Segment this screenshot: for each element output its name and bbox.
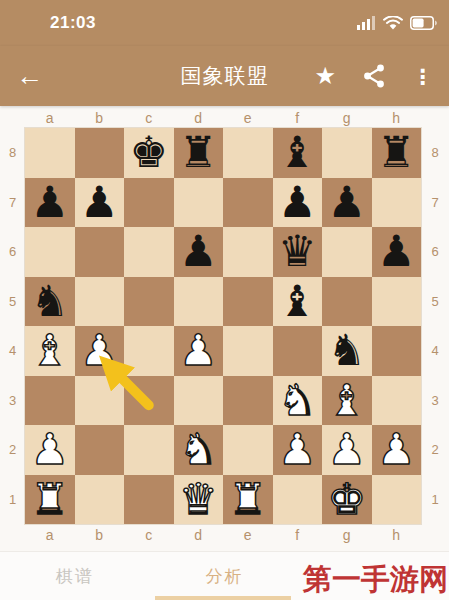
rank-label-6: 6 [0,227,25,277]
square-h7[interactable] [372,178,422,228]
piece-white-queen[interactable]: ♛ [179,478,218,521]
rank-label-8: 8 [421,128,449,178]
square-h1[interactable] [372,475,422,525]
file-label-g: g [322,110,372,126]
piece-white-king[interactable]: ♚ [327,478,366,521]
square-g8[interactable] [322,128,372,178]
square-c1[interactable] [124,475,174,525]
rank-label-7: 7 [421,178,449,228]
square-f5[interactable]: ♝ [273,277,323,327]
square-d8[interactable]: ♜ [174,128,224,178]
piece-black-pawn[interactable]: ♟ [377,230,416,273]
file-label-h: h [372,110,422,126]
square-a6[interactable] [25,227,75,277]
square-f7[interactable]: ♟ [273,178,323,228]
square-c6[interactable] [124,227,174,277]
signal-icon [357,16,376,30]
piece-black-queen[interactable]: ♛ [278,230,317,273]
square-e6[interactable] [223,227,273,277]
square-f3[interactable]: ♞ [273,376,323,426]
rank-label-5: 5 [0,277,25,327]
square-e8[interactable] [223,128,273,178]
square-d5[interactable] [174,277,224,327]
file-label-b: b [75,110,125,126]
rank-labels-right: 87654321 [421,128,449,524]
square-a2[interactable]: ♟ [25,425,75,475]
tab-game-record[interactable]: 棋谱 [0,552,150,600]
square-h8[interactable]: ♜ [372,128,422,178]
square-d3[interactable] [174,376,224,426]
file-label-e: e [223,110,273,126]
favorite-star-icon[interactable]: ★ [314,64,336,88]
piece-white-bishop[interactable]: ♝ [327,379,366,422]
square-e4[interactable] [223,326,273,376]
piece-black-pawn[interactable]: ♟ [327,181,366,224]
piece-white-pawn[interactable]: ♟ [377,428,416,471]
app-bar: ← 国象联盟 ★ ⋮ [0,46,449,106]
rank-label-1: 1 [421,475,449,525]
square-e1[interactable]: ♜ [223,475,273,525]
page-title: 国象联盟 [181,62,269,90]
square-c7[interactable] [124,178,174,228]
overflow-menu-icon[interactable]: ⋮ [412,66,433,87]
square-e2[interactable] [223,425,273,475]
wifi-icon [383,16,403,31]
file-label-h: h [372,527,422,543]
square-e7[interactable] [223,178,273,228]
rank-label-2: 2 [0,425,25,475]
square-b4[interactable]: ♟ [75,326,125,376]
square-f6[interactable]: ♛ [273,227,323,277]
file-label-d: d [174,527,224,543]
square-f2[interactable]: ♟ [273,425,323,475]
square-h2[interactable]: ♟ [372,425,422,475]
square-a4[interactable]: ♝ [25,326,75,376]
square-c5[interactable] [124,277,174,327]
file-labels-bottom: abcdefgh [25,524,421,546]
square-b2[interactable] [75,425,125,475]
square-a8[interactable] [25,128,75,178]
square-f8[interactable]: ♝ [273,128,323,178]
rank-label-3: 3 [0,376,25,426]
square-h5[interactable] [372,277,422,327]
square-d4[interactable]: ♟ [174,326,224,376]
file-label-g: g [322,527,372,543]
rank-label-6: 6 [421,227,449,277]
rank-label-8: 8 [0,128,25,178]
square-g3[interactable]: ♝ [322,376,372,426]
chess-board[interactable]: ♚♜♝♜♟♟♟♟♟♛♟♞♝♝♟♟♞♞♝♟♞♟♟♟♜♛♜♚ [25,128,421,524]
piece-white-pawn[interactable]: ♟ [327,428,366,471]
square-e5[interactable] [223,277,273,327]
piece-black-bishop[interactable]: ♝ [278,131,317,174]
square-g5[interactable] [322,277,372,327]
rank-label-4: 4 [0,326,25,376]
piece-white-pawn[interactable]: ♟ [278,428,317,471]
piece-black-pawn[interactable]: ♟ [30,181,69,224]
square-d6[interactable]: ♟ [174,227,224,277]
piece-white-pawn[interactable]: ♟ [80,329,119,372]
piece-black-pawn[interactable]: ♟ [278,181,317,224]
rank-labels-left: 87654321 [0,128,25,524]
piece-black-pawn[interactable]: ♟ [179,230,218,273]
square-a5[interactable]: ♞ [25,277,75,327]
square-g4[interactable]: ♞ [322,326,372,376]
piece-black-knight[interactable]: ♞ [30,280,69,323]
square-d7[interactable] [174,178,224,228]
piece-white-rook[interactable]: ♜ [30,478,69,521]
piece-white-bishop[interactable]: ♝ [30,329,69,372]
back-icon[interactable]: ← [16,63,43,90]
piece-white-pawn[interactable]: ♟ [30,428,69,471]
square-a3[interactable] [25,376,75,426]
square-h4[interactable] [372,326,422,376]
file-label-d: d [174,110,224,126]
file-label-a: a [25,110,75,126]
square-g6[interactable] [322,227,372,277]
square-d2[interactable]: ♞ [174,425,224,475]
square-c2[interactable] [124,425,174,475]
piece-black-rook[interactable]: ♜ [179,131,218,174]
piece-white-knight[interactable]: ♞ [179,428,218,471]
rank-label-5: 5 [421,277,449,327]
piece-black-rook[interactable]: ♜ [377,131,416,174]
square-b6[interactable] [75,227,125,277]
rank-label-2: 2 [421,425,449,475]
file-label-a: a [25,527,75,543]
piece-black-king[interactable]: ♚ [129,131,168,174]
square-b3[interactable] [75,376,125,426]
piece-black-knight[interactable]: ♞ [327,329,366,372]
square-f4[interactable] [273,326,323,376]
square-c4[interactable] [124,326,174,376]
square-f1[interactable] [273,475,323,525]
active-tab-indicator [155,596,291,600]
board-area: abcdefgh 87654321 ♚♜♝♜♟♟♟♟♟♛♟♞♝♝♟♟♞♞♝♟♞♟… [0,106,449,546]
square-b7[interactable]: ♟ [75,178,125,228]
square-e3[interactable] [223,376,273,426]
square-c8[interactable]: ♚ [124,128,174,178]
rank-label-1: 1 [0,475,25,525]
clock-text: 21:03 [50,13,96,33]
file-label-b: b [75,527,125,543]
square-g2[interactable]: ♟ [322,425,372,475]
piece-white-rook[interactable]: ♜ [228,478,267,521]
file-label-e: e [223,527,273,543]
piece-black-bishop[interactable]: ♝ [278,280,317,323]
square-a1[interactable]: ♜ [25,475,75,525]
battery-icon [410,16,437,30]
file-label-f: f [273,527,323,543]
square-b5[interactable] [75,277,125,327]
square-h6[interactable]: ♟ [372,227,422,277]
square-a7[interactable]: ♟ [25,178,75,228]
piece-black-pawn[interactable]: ♟ [80,181,119,224]
file-label-c: c [124,110,174,126]
file-labels-top: abcdefgh [25,108,421,128]
file-label-f: f [273,110,323,126]
square-c3[interactable] [124,376,174,426]
watermark-text: 第一手游网 [303,565,448,594]
square-d1[interactable]: ♛ [174,475,224,525]
square-b1[interactable] [75,475,125,525]
piece-white-knight[interactable]: ♞ [278,379,317,422]
square-g1[interactable]: ♚ [322,475,372,525]
square-b8[interactable] [75,128,125,178]
rank-label-4: 4 [421,326,449,376]
rank-label-3: 3 [421,376,449,426]
tab-analysis[interactable]: 分析 [150,552,300,600]
rank-label-7: 7 [0,178,25,228]
square-h3[interactable] [372,376,422,426]
status-bar: 21:03 [0,0,449,46]
piece-white-pawn[interactable]: ♟ [179,329,218,372]
square-g7[interactable]: ♟ [322,178,372,228]
file-label-c: c [124,527,174,543]
share-icon[interactable] [363,64,385,88]
